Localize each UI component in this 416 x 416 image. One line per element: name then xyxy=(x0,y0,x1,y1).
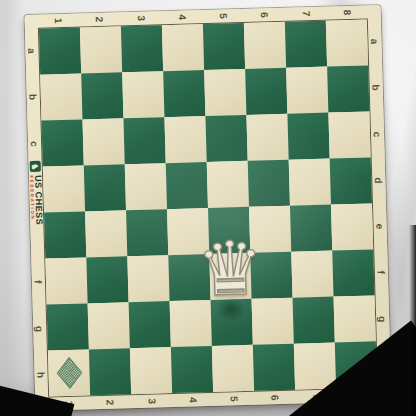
square-b2[interactable] xyxy=(81,72,123,119)
us-chess-federation-logo: ♞ US CHESS FEDERATION xyxy=(29,159,44,228)
board-grid: ♛ xyxy=(38,18,378,397)
file-label-right-a: a xyxy=(352,34,399,48)
file-label-left-f: f xyxy=(15,275,62,289)
square-e2[interactable] xyxy=(85,210,127,257)
file-label-left-blank xyxy=(14,229,61,243)
rank-label-top-6: 6 xyxy=(257,0,271,36)
knight-icon: ♞ xyxy=(30,161,41,172)
rank-label-bottom-6: 6 xyxy=(268,377,282,416)
rank-label-bottom-5: 5 xyxy=(227,378,241,416)
file-label-left-g: g xyxy=(16,321,63,335)
square-d7[interactable] xyxy=(289,159,331,206)
square-c6[interactable] xyxy=(246,114,288,161)
photo-edge-shadow-right xyxy=(409,225,416,416)
rank-label-bottom-2: 2 xyxy=(103,382,117,416)
rank-label-bottom-3: 3 xyxy=(144,380,158,416)
file-label-right-e: e xyxy=(357,219,404,233)
square-c7[interactable] xyxy=(287,113,329,160)
square-d5[interactable] xyxy=(207,161,249,208)
file-label-left-b: b xyxy=(10,90,57,104)
file-label-right-f: f xyxy=(358,265,405,279)
file-label-left-c: c xyxy=(11,136,58,150)
square-d2[interactable] xyxy=(84,164,126,211)
square-c2[interactable] xyxy=(82,118,124,165)
square-c4[interactable] xyxy=(164,116,206,163)
federation-subtitle: FEDERATION xyxy=(29,175,35,225)
square-b3[interactable] xyxy=(122,71,164,118)
rank-label-top-1: 1 xyxy=(51,0,65,41)
square-d3[interactable] xyxy=(125,163,167,210)
rank-label-top-3: 3 xyxy=(134,0,148,39)
square-g3[interactable] xyxy=(129,301,171,348)
square-f5[interactable]: ♛ xyxy=(209,253,251,300)
rank-label-top-8: 8 xyxy=(340,0,354,33)
square-c3[interactable] xyxy=(123,117,165,164)
chess-board: 12345678 12345678 abcfgh abcdefgh ♞ US C… xyxy=(25,5,392,411)
square-f2[interactable] xyxy=(86,256,128,303)
table-cloth: 12345678 12345678 abcfgh abcdefgh ♞ US C… xyxy=(0,0,416,416)
rank-label-bottom-4: 4 xyxy=(186,379,200,416)
square-b4[interactable] xyxy=(163,70,205,117)
file-label-right-g: g xyxy=(359,312,406,326)
square-g2[interactable] xyxy=(88,302,130,349)
rank-label-top-7: 7 xyxy=(299,0,313,34)
square-e7[interactable] xyxy=(290,205,332,252)
file-label-right-c: c xyxy=(354,127,401,141)
rank-label-top-4: 4 xyxy=(175,0,189,38)
square-b7[interactable] xyxy=(286,67,328,114)
square-e3[interactable] xyxy=(126,209,168,256)
four-diamond-checkerboard-logo xyxy=(56,356,83,390)
file-label-left-a: a xyxy=(9,44,56,58)
square-b5[interactable] xyxy=(204,69,246,116)
file-label-right-b: b xyxy=(353,80,400,94)
white-queen[interactable]: ♛ xyxy=(196,235,264,303)
rank-label-top-2: 2 xyxy=(92,0,106,40)
square-c5[interactable] xyxy=(205,115,247,162)
square-g7[interactable] xyxy=(293,297,335,344)
square-b6[interactable] xyxy=(245,68,287,115)
square-d4[interactable] xyxy=(166,162,208,209)
square-f7[interactable] xyxy=(291,251,333,298)
rank-label-top-5: 5 xyxy=(216,0,230,37)
federation-text: US CHESS FEDERATION xyxy=(29,175,44,225)
square-f3[interactable] xyxy=(127,255,169,302)
square-d6[interactable] xyxy=(248,160,290,207)
file-label-right-d: d xyxy=(355,173,402,187)
